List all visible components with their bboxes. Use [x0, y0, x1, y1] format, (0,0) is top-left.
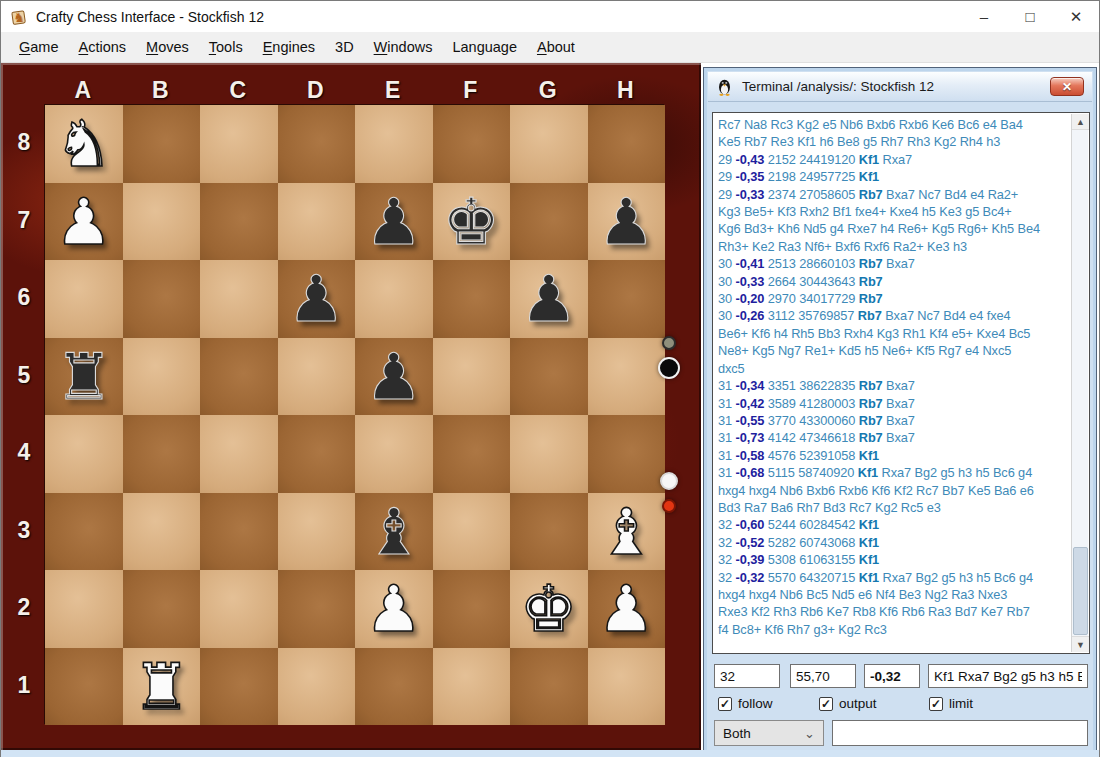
square-d3[interactable] — [278, 493, 356, 571]
square-b5[interactable] — [123, 338, 201, 416]
square-e5[interactable]: ♟ — [355, 338, 433, 416]
analysis-line: 30 -0,20 2970 34017729 Rb7 — [718, 290, 1067, 307]
rank-label-1: 1 — [11, 647, 37, 725]
small-led-top — [662, 336, 676, 350]
square-f5[interactable] — [433, 338, 511, 416]
analysis-line: Kg3 Be5+ Kf3 Rxh2 Bf1 fxe4+ Kxe4 h5 Ke3 … — [718, 203, 1067, 220]
analysis-line: 29 -0,33 2374 27058605 Rb7 Bxa7 Nc7 Bd4 … — [718, 186, 1067, 203]
close-button[interactable]: ✕ — [1053, 1, 1099, 32]
analysis-line: Rh3+ Ke2 Ra3 Nf6+ Bxf6 Rxf6 Ra2+ Ke3 h3 — [718, 238, 1067, 255]
analysis-line: Rc7 Na8 Rc3 Kg2 e5 Nb6 Bxb6 Rxb6 Ke6 Bc6… — [718, 116, 1067, 133]
chevron-down-icon: ⌄ — [804, 726, 815, 741]
square-f2[interactable] — [433, 570, 511, 648]
square-h2[interactable]: ♟ — [588, 570, 666, 648]
analysis-line: 32 -0,39 5308 61063155 Kf1 — [718, 551, 1067, 568]
piece-black-king[interactable]: ♚ — [433, 183, 511, 261]
square-a4[interactable] — [45, 415, 123, 493]
square-b2[interactable] — [123, 570, 201, 648]
analysis-line: 32 -0,60 5244 60284542 Kf1 — [718, 516, 1067, 533]
analysis-line: 32 -0,52 5282 60743068 Kf1 — [718, 534, 1067, 551]
terminal-close-button[interactable]: ✕ — [1050, 77, 1084, 96]
square-h3[interactable]: ♝ — [588, 493, 666, 571]
penguin-icon — [716, 77, 733, 96]
square-h7[interactable]: ♟ — [588, 183, 666, 261]
square-a1[interactable] — [45, 648, 123, 726]
square-h1[interactable] — [588, 648, 666, 726]
square-e6[interactable] — [355, 260, 433, 338]
square-f8[interactable] — [433, 105, 511, 183]
square-g5[interactable] — [510, 338, 588, 416]
square-a3[interactable] — [45, 493, 123, 571]
follow-checkbox-label: follow — [738, 696, 773, 711]
square-b6[interactable] — [123, 260, 201, 338]
file-label-c: C — [199, 77, 277, 104]
square-c8[interactable] — [200, 105, 278, 183]
square-g1[interactable] — [510, 648, 588, 726]
piece-white-bishop[interactable]: ♝ — [588, 493, 666, 571]
file-label-h: H — [587, 77, 665, 104]
square-b3[interactable] — [123, 493, 201, 571]
square-c5[interactable] — [200, 338, 278, 416]
mode-dropdown-value: Both — [723, 726, 804, 741]
limit-checkbox-label: limit — [949, 696, 973, 711]
rank-label-2: 2 — [11, 569, 37, 647]
menu-item-engines[interactable]: Engines — [253, 34, 325, 60]
square-h8[interactable] — [588, 105, 666, 183]
piece-black-pawn[interactable]: ♟ — [355, 338, 433, 416]
limit-checkbox-box[interactable]: ✓ — [929, 697, 943, 711]
file-label-a: A — [44, 77, 122, 104]
analysis-line: 31 -0,68 5115 58740920 Kf1 Rxa7 Bg2 g5 h… — [718, 464, 1067, 481]
piece-white-pawn[interactable]: ♟ — [355, 570, 433, 648]
follow-checkbox-box[interactable]: ✓ — [718, 697, 732, 711]
output-checkbox-label: output — [839, 696, 877, 711]
minimize-button[interactable]: – — [961, 1, 1007, 32]
crafty-main-window: ♞ Crafty Chess Interface - Stockfish 12 … — [0, 0, 1100, 757]
main-titlebar: ♞ Crafty Chess Interface - Stockfish 12 … — [1, 1, 1099, 32]
square-a2[interactable] — [45, 570, 123, 648]
square-g4[interactable] — [510, 415, 588, 493]
file-label-b: B — [122, 77, 200, 104]
analysis-line: Rxe3 Kf2 Rh3 Rb6 Ke7 Rb8 Kf6 Rb6 Ra3 Bd7… — [718, 603, 1067, 620]
square-c4[interactable] — [200, 415, 278, 493]
piece-white-rook[interactable]: ♜ — [123, 648, 201, 726]
menu-item-about[interactable]: About — [527, 34, 585, 60]
analysis-line: 30 -0,26 3112 35769857 Rb7 Bxa7 Nc7 Bd4 … — [718, 307, 1067, 324]
menu-bar: GameActionsMovesToolsEngines3DWindowsLan… — [1, 32, 1099, 63]
analysis-line: dxc5 — [718, 360, 1067, 377]
square-h4[interactable] — [588, 415, 666, 493]
scrollbar[interactable]: ▲ ▼ — [1071, 114, 1088, 652]
square-c2[interactable] — [200, 570, 278, 648]
menu-item-moves[interactable]: Moves — [136, 34, 199, 60]
analysis-line: 31 -0,55 3770 43300060 Rb7 Bxa7 — [718, 412, 1067, 429]
menu-item-3d[interactable]: 3D — [325, 34, 364, 60]
rank-label-3: 3 — [11, 492, 37, 570]
square-h6[interactable] — [588, 260, 666, 338]
square-d6[interactable]: ♟ — [278, 260, 356, 338]
scroll-up-button[interactable]: ▲ — [1072, 114, 1089, 130]
square-e8[interactable] — [355, 105, 433, 183]
analysis-line: f4 Bc8+ Kf6 Rh7 g3+ Kg2 Rc3 — [718, 621, 1067, 638]
file-label-g: G — [509, 77, 587, 104]
file-label-e: E — [354, 77, 432, 104]
analysis-line: 31 -0,34 3351 38622835 Rb7 Bxa7 — [718, 377, 1067, 394]
file-label-d: D — [277, 77, 355, 104]
output-checkbox-box[interactable]: ✓ — [819, 697, 833, 711]
square-b1[interactable]: ♜ — [123, 648, 201, 726]
terminal-window: Terminal /analysis/: Stockfish 12 ✕ Rc7 … — [703, 67, 1097, 757]
square-f3[interactable] — [433, 493, 511, 571]
piece-black-pawn[interactable]: ♟ — [588, 183, 666, 261]
maximize-button[interactable]: □ — [1007, 1, 1053, 32]
scroll-down-button[interactable]: ▼ — [1072, 636, 1089, 652]
square-a7[interactable]: ♟ — [45, 183, 123, 261]
analysis-line: 29 -0,43 2152 24419120 Kf1 Rxa7 — [718, 151, 1067, 168]
board-panel: ABCDEFGH 87654321 ♞♟♟♚♟♟♟♜♟♝♝♟♚♟♜ — [1, 63, 701, 750]
command-input[interactable] — [832, 720, 1088, 746]
square-d8[interactable] — [278, 105, 356, 183]
terminal-title: Terminal /analysis/: Stockfish 12 — [742, 79, 934, 94]
piece-black-pawn[interactable]: ♟ — [355, 183, 433, 261]
square-e1[interactable] — [355, 648, 433, 726]
square-e2[interactable]: ♟ — [355, 570, 433, 648]
limit-checkbox[interactable]: ✓ limit — [929, 696, 973, 711]
mode-dropdown[interactable]: Both ⌄ — [714, 720, 824, 746]
square-a5[interactable]: ♜ — [45, 338, 123, 416]
analysis-line: hxg4 hxg4 Nb6 Bxb6 Rxb6 Kf6 Kf2 Rc7 Bb7 … — [718, 482, 1067, 499]
square-d7[interactable] — [278, 183, 356, 261]
pv-input[interactable] — [928, 664, 1088, 688]
square-g8[interactable] — [510, 105, 588, 183]
square-c3[interactable] — [200, 493, 278, 571]
analysis-line: 30 -0,41 2513 28660103 Rb7 Bxa7 — [718, 255, 1067, 272]
bottom-strip — [1, 750, 1099, 757]
chess-board: ♞♟♟♚♟♟♟♜♟♝♝♟♚♟♜ — [44, 104, 664, 724]
square-b7[interactable] — [123, 183, 201, 261]
follow-checkbox[interactable]: ✓ follow — [718, 696, 773, 711]
piece-black-bishop[interactable]: ♝ — [355, 493, 433, 571]
menu-item-windows[interactable]: Windows — [364, 34, 443, 60]
square-b4[interactable] — [123, 415, 201, 493]
window-title: Crafty Chess Interface - Stockfish 12 — [36, 9, 264, 25]
analysis-line: 31 -0,58 4576 52391058 Kf1 — [718, 447, 1067, 464]
square-c6[interactable] — [200, 260, 278, 338]
square-c7[interactable] — [200, 183, 278, 261]
piece-white-king[interactable]: ♚ — [510, 570, 588, 648]
square-c1[interactable] — [200, 648, 278, 726]
svg-text:♞: ♞ — [13, 10, 25, 25]
square-f6[interactable] — [433, 260, 511, 338]
rank-label-8: 8 — [11, 104, 37, 182]
square-h5[interactable] — [588, 338, 666, 416]
piece-white-knight[interactable]: ♞ — [45, 105, 123, 183]
file-label-f: F — [432, 77, 510, 104]
analysis-line: hxg4 hxg4 Nb6 Bc5 Nd5 e6 Nf4 Be3 Ng2 Ra3… — [718, 586, 1067, 603]
rank-label-4: 4 — [11, 414, 37, 492]
black-side-indicator — [658, 357, 680, 379]
menu-item-game[interactable]: Game — [9, 34, 69, 60]
square-d4[interactable] — [278, 415, 356, 493]
analysis-line: Bd3 Ra7 Ba6 Rh7 Bd3 Rc7 Kg2 Rc5 e3 — [718, 499, 1067, 516]
square-a6[interactable] — [45, 260, 123, 338]
rank-label-6: 6 — [11, 259, 37, 337]
piece-black-pawn[interactable]: ♟ — [510, 260, 588, 338]
square-g7[interactable] — [510, 183, 588, 261]
app-icon: ♞ — [10, 8, 28, 26]
analysis-line: 29 -0,35 2198 24957725 Kf1 — [718, 168, 1067, 185]
square-e4[interactable] — [355, 415, 433, 493]
output-checkbox[interactable]: ✓ output — [819, 696, 877, 711]
piece-white-pawn[interactable]: ♟ — [45, 183, 123, 261]
analysis-line: 30 -0,33 2664 30443643 Rb7 — [718, 273, 1067, 290]
depth-input[interactable] — [714, 664, 780, 688]
rank-label-7: 7 — [11, 182, 37, 260]
analysis-line: Kg6 Bd3+ Kh6 Nd5 g4 Rxe7 h4 Re6+ Kg5 Rg6… — [718, 220, 1067, 237]
piece-white-pawn[interactable]: ♟ — [588, 570, 666, 648]
menu-item-language[interactable]: Language — [442, 34, 527, 60]
square-b8[interactable] — [123, 105, 201, 183]
square-g3[interactable] — [510, 493, 588, 571]
analysis-line: 31 -0,42 3589 41280003 Rb7 Bxa7 — [718, 395, 1067, 412]
square-f4[interactable] — [433, 415, 511, 493]
piece-black-pawn[interactable]: ♟ — [278, 260, 356, 338]
white-side-indicator — [660, 472, 678, 490]
square-f1[interactable] — [433, 648, 511, 726]
square-d1[interactable] — [278, 648, 356, 726]
analysis-line: Be6+ Kf6 h4 Rh5 Bb3 Rxh4 Kg3 Rh1 Kf4 e5+… — [718, 325, 1067, 342]
close-icon: ✕ — [1062, 81, 1072, 93]
red-led-bottom — [662, 499, 676, 513]
rank-label-5: 5 — [11, 337, 37, 415]
terminal-titlebar: Terminal /analysis/: Stockfish 12 ✕ — [708, 72, 1092, 102]
square-f7[interactable]: ♚ — [433, 183, 511, 261]
analysis-line: Ke5 Rb7 Re3 Kf1 h6 Be8 g5 Rh7 Rh3 Kg2 Rh… — [718, 133, 1067, 150]
menu-item-tools[interactable]: Tools — [199, 34, 253, 60]
square-g2[interactable]: ♚ — [510, 570, 588, 648]
square-e7[interactable]: ♟ — [355, 183, 433, 261]
analysis-line: 32 -0,32 5570 64320715 Kf1 Rxa7 Bg2 g5 h… — [718, 569, 1067, 586]
square-a8[interactable]: ♞ — [45, 105, 123, 183]
piece-black-rook[interactable]: ♜ — [45, 338, 123, 416]
analysis-output[interactable]: Rc7 Na8 Rc3 Kg2 e5 Nb6 Bxb6 Rxb6 Ke6 Bc6… — [712, 112, 1090, 654]
menu-item-actions[interactable]: Actions — [69, 34, 137, 60]
square-d5[interactable] — [278, 338, 356, 416]
scroll-thumb[interactable] — [1073, 547, 1088, 635]
analysis-line: Ne8+ Kg5 Ng7 Re1+ Kd5 h5 Ne6+ Kf5 Rg7 e4… — [718, 342, 1067, 359]
eval-input[interactable] — [864, 664, 920, 688]
square-e3[interactable]: ♝ — [355, 493, 433, 571]
analysis-line: 31 -0,73 4142 47346618 Rb7 Bxa7 — [718, 429, 1067, 446]
square-g6[interactable]: ♟ — [510, 260, 588, 338]
time-input[interactable] — [790, 664, 856, 688]
square-d2[interactable] — [278, 570, 356, 648]
